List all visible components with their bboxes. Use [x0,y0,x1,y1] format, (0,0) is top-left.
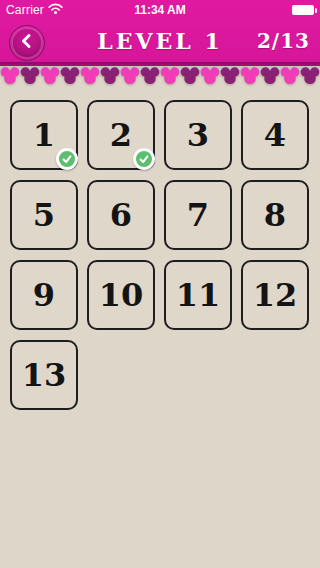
level-number: 1 [33,116,55,154]
trefoil-icon [80,67,100,85]
level-button-9[interactable]: 9 [10,260,78,330]
trefoil-icon [160,67,180,85]
trefoil-icon [0,67,20,85]
level-number: 3 [187,116,209,154]
level-button-11[interactable]: 11 [164,260,232,330]
level-number: 13 [22,356,67,394]
trefoil-icon [20,67,40,85]
decorative-trefoil-border [0,66,320,88]
trefoil-icon [200,67,220,85]
level-button-10[interactable]: 10 [87,260,155,330]
level-button-4[interactable]: 4 [241,100,309,170]
level-number: 12 [253,276,298,314]
status-right [292,5,314,15]
navigation-bar: LEVEL 1 2/13 [0,20,320,62]
trefoil-icon [120,67,140,85]
level-number: 7 [187,196,209,234]
trefoil-icon [220,67,240,85]
level-number: 8 [264,196,286,234]
level-number: 6 [110,196,132,234]
level-number: 9 [33,276,55,314]
status-bar: Carrier 11:34 AM [0,0,320,20]
trefoil-icon [60,67,80,85]
level-button-1[interactable]: 1 [10,100,78,170]
level-button-13[interactable]: 13 [10,340,78,410]
trefoil-icon [100,67,120,85]
clock: 11:34 AM [0,3,320,17]
trefoil-icon [40,67,60,85]
trefoil-icon [300,67,320,85]
trefoil-icon [280,67,300,85]
page-title: LEVEL 1 [97,28,223,54]
level-button-8[interactable]: 8 [241,180,309,250]
level-button-3[interactable]: 3 [164,100,232,170]
battery-icon [292,5,314,15]
level-grid: 12345678910111213 [0,88,320,410]
level-button-7[interactable]: 7 [164,180,232,250]
header: Carrier 11:34 AM [0,0,320,62]
completed-check-icon [56,148,78,170]
level-button-5[interactable]: 5 [10,180,78,250]
level-number: 11 [176,276,221,314]
level-button-2[interactable]: 2 [87,100,155,170]
level-number: 5 [33,196,55,234]
level-button-12[interactable]: 12 [241,260,309,330]
level-number: 4 [264,116,286,154]
trefoil-icon [180,67,200,85]
chevron-left-icon [18,32,36,54]
trefoil-icon [260,67,280,85]
trefoil-icon [240,67,260,85]
progress-counter: 2/13 [257,29,310,53]
level-button-6[interactable]: 6 [87,180,155,250]
level-number: 2 [110,116,132,154]
level-number: 10 [99,276,144,314]
trefoil-icon [140,67,160,85]
app-screen: Carrier 11:34 AM [0,0,320,568]
back-button[interactable] [9,25,45,61]
completed-check-icon [133,148,155,170]
